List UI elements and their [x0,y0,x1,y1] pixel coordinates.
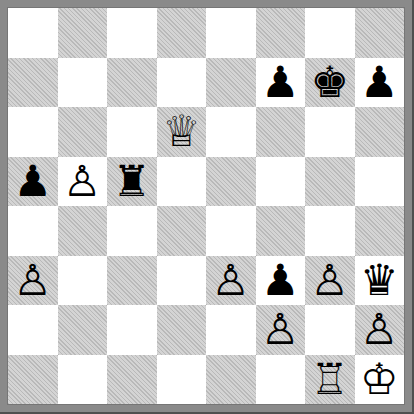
square-b2[interactable] [58,305,108,355]
square-a4[interactable] [8,206,58,256]
piece-white-pawn[interactable]: ♙ [206,256,256,306]
square-e2[interactable] [206,305,256,355]
piece-black-pawn[interactable]: ♟ [8,157,58,207]
square-g5[interactable] [305,157,355,207]
square-a6[interactable] [8,107,58,157]
piece-white-king[interactable]: ♔ [355,355,405,405]
square-e8[interactable] [206,8,256,58]
square-e5[interactable] [206,157,256,207]
square-f4[interactable] [256,206,306,256]
piece-black-pawn[interactable]: ♟ [256,256,306,306]
square-e3[interactable]: ♙ [206,256,256,306]
piece-black-pawn[interactable]: ♟ [355,58,405,108]
board-frame: ♟♚♟♕♟♙♜♙♙♟♙♛♙♙♖♔ [0,0,414,414]
square-f3[interactable]: ♟ [256,256,306,306]
square-c4[interactable] [107,206,157,256]
square-b1[interactable] [58,355,108,405]
square-a2[interactable] [8,305,58,355]
square-h6[interactable] [355,107,405,157]
square-c6[interactable] [107,107,157,157]
square-b3[interactable] [58,256,108,306]
square-g8[interactable] [305,8,355,58]
piece-white-pawn[interactable]: ♙ [256,305,306,355]
square-a3[interactable]: ♙ [8,256,58,306]
piece-white-pawn[interactable]: ♙ [8,256,58,306]
piece-white-pawn[interactable]: ♙ [305,256,355,306]
piece-black-king[interactable]: ♚ [305,58,355,108]
square-d7[interactable] [157,58,207,108]
square-g6[interactable] [305,107,355,157]
piece-white-pawn[interactable]: ♙ [355,305,405,355]
square-f6[interactable] [256,107,306,157]
piece-black-pawn[interactable]: ♟ [256,58,306,108]
square-e4[interactable] [206,206,256,256]
piece-black-queen[interactable]: ♛ [355,256,405,306]
square-d8[interactable] [157,8,207,58]
square-b6[interactable] [58,107,108,157]
square-g7[interactable]: ♚ [305,58,355,108]
square-d6[interactable]: ♕ [157,107,207,157]
square-g1[interactable]: ♖ [305,355,355,405]
square-g2[interactable] [305,305,355,355]
square-a5[interactable]: ♟ [8,157,58,207]
square-h7[interactable]: ♟ [355,58,405,108]
square-a7[interactable] [8,58,58,108]
square-f2[interactable]: ♙ [256,305,306,355]
square-b4[interactable] [58,206,108,256]
square-c1[interactable] [107,355,157,405]
square-h4[interactable] [355,206,405,256]
square-a1[interactable] [8,355,58,405]
square-g3[interactable]: ♙ [305,256,355,306]
square-c3[interactable] [107,256,157,306]
square-d5[interactable] [157,157,207,207]
square-d2[interactable] [157,305,207,355]
square-d1[interactable] [157,355,207,405]
square-h8[interactable] [355,8,405,58]
square-h2[interactable]: ♙ [355,305,405,355]
square-e7[interactable] [206,58,256,108]
square-a8[interactable] [8,8,58,58]
square-b5[interactable]: ♙ [58,157,108,207]
square-h3[interactable]: ♛ [355,256,405,306]
square-b8[interactable] [58,8,108,58]
square-g4[interactable] [305,206,355,256]
square-c2[interactable] [107,305,157,355]
square-e6[interactable] [206,107,256,157]
square-c7[interactable] [107,58,157,108]
square-d4[interactable] [157,206,207,256]
piece-white-queen[interactable]: ♕ [157,107,207,157]
square-h1[interactable]: ♔ [355,355,405,405]
square-c8[interactable] [107,8,157,58]
piece-black-rook[interactable]: ♜ [107,157,157,207]
chess-board: ♟♚♟♕♟♙♜♙♙♟♙♛♙♙♖♔ [7,7,405,405]
square-c5[interactable]: ♜ [107,157,157,207]
square-d3[interactable] [157,256,207,306]
square-f7[interactable]: ♟ [256,58,306,108]
square-f1[interactable] [256,355,306,405]
square-e1[interactable] [206,355,256,405]
square-f5[interactable] [256,157,306,207]
piece-white-rook[interactable]: ♖ [305,355,355,405]
square-f8[interactable] [256,8,306,58]
square-h5[interactable] [355,157,405,207]
piece-white-pawn[interactable]: ♙ [58,157,108,207]
square-b7[interactable] [58,58,108,108]
